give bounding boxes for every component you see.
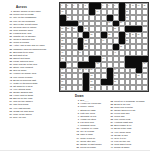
down-title: Down [75, 95, 106, 98]
down-clue-list-2: 22Point on a compass, perhaps23Bring to … [108, 100, 149, 151]
cell-number: 27 [91, 33, 93, 35]
clue-text: Doe, for one [13, 116, 58, 119]
cell-number: 45 [96, 62, 98, 64]
cell-number: 54 [114, 74, 116, 76]
cell-number: 52 [61, 74, 63, 76]
cell-number: 30 [132, 33, 134, 35]
cell-number: 35 [126, 39, 128, 41]
cell-number: 60 [91, 86, 93, 88]
down-clues-panel-right: 22Point on a compass, perhaps23Bring to … [108, 100, 149, 151]
cell-number: 16 [67, 16, 69, 18]
clue-text: Poem of praise [80, 146, 106, 149]
cell-number: 58 [114, 80, 116, 82]
down-clue-list-1: 1Era ___2Holder for a golf ball3Money ow… [74, 99, 106, 148]
cell-number: 40 [79, 51, 81, 53]
cell-number: 22 [67, 27, 69, 29]
cell-number: 53 [91, 74, 93, 76]
cell-number: 51 [114, 68, 116, 70]
cell-number: 39 [61, 51, 63, 53]
cell-number: 46 [143, 62, 145, 64]
cell-number: 57 [91, 80, 93, 82]
cell-number: 21 [61, 27, 63, 29]
cell-number: 32 [61, 39, 63, 41]
cell-number: 33 [85, 39, 87, 41]
cell-number: 4 [79, 4, 80, 6]
cell-number: 14 [96, 10, 98, 12]
down-clues-panel-left: Down 1Era ___2Holder for a golf ball3Mon… [74, 95, 106, 149]
cell-number: 8 [114, 4, 115, 6]
cell-number: 1 [61, 4, 62, 6]
cell-number: 47 [61, 68, 63, 70]
cell-number: 7 [108, 4, 109, 6]
clue-text: Part in a play [114, 149, 149, 150]
cell-number: 20 [120, 21, 122, 23]
cell-number: 23 [73, 27, 75, 29]
clue-item: 60Doe, for one [6, 116, 58, 119]
cell-number: 43 [102, 57, 104, 59]
cell-number: 37 [85, 45, 87, 47]
cell-number: 55 [138, 74, 140, 76]
cell-number: 28 [108, 33, 110, 35]
crossword-page: Across 1Singer James of jazz fame13Metri… [0, 0, 150, 150]
across-clues-panel: Across 1Singer James of jazz fame13Metri… [6, 6, 58, 119]
clue-number: 60 [6, 116, 13, 119]
cell-number: 10 [132, 4, 134, 6]
cell-number: 59 [61, 86, 63, 88]
cell-number: 25 [114, 27, 116, 29]
cell-number: 29 [126, 33, 128, 35]
cell-number: 44 [67, 62, 69, 64]
across-clue-list: 1Singer James of jazz fame13Metric unit … [6, 10, 58, 118]
cell-number: 24 [85, 27, 87, 29]
cell-number: 18 [79, 21, 81, 23]
grid-cell[interactable] [142, 85, 148, 91]
cell-number: 13 [61, 10, 63, 12]
cell-number: 34 [102, 39, 104, 41]
crossword-grid: 1234567891011121314151617181920212223242… [59, 2, 149, 92]
cell-number: 41 [114, 51, 116, 53]
cell-number: 2 [67, 4, 68, 6]
cell-number: 6 [102, 4, 103, 6]
cell-number: 38 [120, 45, 122, 47]
cell-number: 50 [91, 68, 93, 70]
across-title: Across [16, 6, 58, 9]
cell-number: 19 [108, 21, 110, 23]
cell-number: 36 [61, 45, 63, 47]
cell-number: 48 [79, 68, 81, 70]
cell-number: 26 [61, 33, 63, 35]
cell-number: 3 [73, 4, 74, 6]
cell-number: 31 [138, 33, 140, 35]
cell-number: 11 [138, 4, 140, 6]
cell-number: 15 [126, 10, 128, 12]
cell-number: 56 [61, 80, 63, 82]
cell-number: 49 [85, 68, 87, 70]
cell-number: 5 [85, 4, 86, 6]
cell-number: 42 [61, 57, 63, 59]
cell-number: 9 [126, 4, 127, 6]
clue-item: 50Part in a play [108, 149, 149, 150]
cell-number: 12 [143, 4, 145, 6]
cell-number: 17 [126, 16, 128, 18]
clue-item: 21Poem of praise [74, 146, 106, 149]
